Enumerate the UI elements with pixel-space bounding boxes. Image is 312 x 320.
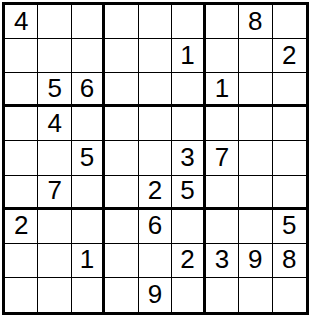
cell-r9c2[interactable]	[38, 278, 71, 312]
cell-r7c4[interactable]	[105, 210, 138, 244]
cell-r2c6: 1	[172, 39, 205, 73]
given-digit: 9	[248, 246, 262, 272]
cell-r9c1[interactable]	[5, 278, 38, 312]
cell-r3c7: 1	[206, 73, 239, 107]
cell-r1c6[interactable]	[172, 5, 205, 39]
cell-r9c5: 9	[139, 278, 172, 312]
sudoku-board: 48125614537725265123989	[2, 2, 309, 315]
cell-r8c3: 1	[72, 244, 105, 278]
given-digit: 1	[180, 42, 194, 68]
given-digit: 5	[180, 177, 194, 203]
cell-r6c1[interactable]	[5, 176, 38, 210]
cell-r3c6[interactable]	[172, 73, 205, 107]
cell-r9c9[interactable]	[273, 278, 306, 312]
cell-r9c6[interactable]	[172, 278, 205, 312]
given-digit: 7	[47, 177, 61, 203]
cell-r4c4[interactable]	[105, 107, 138, 141]
given-digit: 2	[180, 246, 194, 272]
given-digit: 8	[282, 246, 296, 272]
given-digit: 5	[80, 144, 94, 170]
given-digit: 5	[282, 212, 296, 238]
cell-r5c4[interactable]	[105, 141, 138, 175]
cell-r4c2: 4	[38, 107, 71, 141]
given-digit: 3	[215, 246, 229, 272]
cell-r1c8: 8	[239, 5, 272, 39]
cell-r8c1[interactable]	[5, 244, 38, 278]
cell-r7c5: 6	[139, 210, 172, 244]
cell-r5c5[interactable]	[139, 141, 172, 175]
given-digit: 2	[282, 42, 296, 68]
given-digit: 6	[80, 75, 94, 101]
cell-r5c7: 7	[206, 141, 239, 175]
cell-r5c6: 3	[172, 141, 205, 175]
cell-r3c1[interactable]	[5, 73, 38, 107]
cell-r4c8[interactable]	[239, 107, 272, 141]
cell-r6c2: 7	[38, 176, 71, 210]
cell-r3c4[interactable]	[105, 73, 138, 107]
cell-r6c4[interactable]	[105, 176, 138, 210]
cell-r7c9: 5	[273, 210, 306, 244]
given-digit: 3	[180, 144, 194, 170]
cell-r3c9[interactable]	[273, 73, 306, 107]
given-digit: 4	[14, 8, 28, 34]
cell-r1c5[interactable]	[139, 5, 172, 39]
cell-r8c6: 2	[172, 244, 205, 278]
cell-r2c3[interactable]	[72, 39, 105, 73]
cell-r9c4[interactable]	[105, 278, 138, 312]
given-digit: 9	[148, 281, 162, 307]
cell-r7c2[interactable]	[38, 210, 71, 244]
cell-r8c4[interactable]	[105, 244, 138, 278]
cell-r9c8[interactable]	[239, 278, 272, 312]
cell-r5c9[interactable]	[273, 141, 306, 175]
given-digit: 4	[47, 110, 61, 136]
cell-r5c2[interactable]	[38, 141, 71, 175]
cell-r3c8[interactable]	[239, 73, 272, 107]
cell-r6c5: 2	[139, 176, 172, 210]
cell-r5c8[interactable]	[239, 141, 272, 175]
cell-r1c7[interactable]	[206, 5, 239, 39]
given-digit: 8	[248, 8, 262, 34]
cell-r7c6[interactable]	[172, 210, 205, 244]
cell-r2c5[interactable]	[139, 39, 172, 73]
cell-r4c6[interactable]	[172, 107, 205, 141]
cell-r1c1: 4	[5, 5, 38, 39]
cell-r6c9[interactable]	[273, 176, 306, 210]
cell-r8c5[interactable]	[139, 244, 172, 278]
cell-r8c9: 8	[273, 244, 306, 278]
cell-r8c7: 3	[206, 244, 239, 278]
cell-r7c1: 2	[5, 210, 38, 244]
given-digit: 1	[80, 246, 94, 272]
cell-r5c3: 5	[72, 141, 105, 175]
given-digit: 2	[14, 212, 28, 238]
cell-r1c3[interactable]	[72, 5, 105, 39]
cell-r3c2: 5	[38, 73, 71, 107]
given-digit: 2	[148, 177, 162, 203]
given-digit: 5	[47, 75, 61, 101]
cell-r4c1[interactable]	[5, 107, 38, 141]
cell-r4c9[interactable]	[273, 107, 306, 141]
cell-r2c2[interactable]	[38, 39, 71, 73]
cell-r1c4[interactable]	[105, 5, 138, 39]
cell-r2c1[interactable]	[5, 39, 38, 73]
cell-r4c5[interactable]	[139, 107, 172, 141]
cell-r8c2[interactable]	[38, 244, 71, 278]
given-digit: 6	[148, 212, 162, 238]
cell-r6c6: 5	[172, 176, 205, 210]
cell-r3c3: 6	[72, 73, 105, 107]
cell-r8c8: 9	[239, 244, 272, 278]
cell-r7c7[interactable]	[206, 210, 239, 244]
cell-r7c8[interactable]	[239, 210, 272, 244]
cell-r2c8[interactable]	[239, 39, 272, 73]
cell-r1c2[interactable]	[38, 5, 71, 39]
cell-r3c5[interactable]	[139, 73, 172, 107]
cell-r2c9: 2	[273, 39, 306, 73]
cell-r6c3[interactable]	[72, 176, 105, 210]
cell-r9c7[interactable]	[206, 278, 239, 312]
cell-r1c9[interactable]	[273, 5, 306, 39]
cell-r5c1[interactable]	[5, 141, 38, 175]
cell-r4c7[interactable]	[206, 107, 239, 141]
cell-r7c3[interactable]	[72, 210, 105, 244]
cell-r4c3[interactable]	[72, 107, 105, 141]
cell-r6c7[interactable]	[206, 176, 239, 210]
sudoku-board-container: 48125614537725265123989	[2, 2, 309, 315]
cell-r6c8[interactable]	[239, 176, 272, 210]
cell-r2c7[interactable]	[206, 39, 239, 73]
given-digit: 7	[215, 144, 229, 170]
cell-r9c3[interactable]	[72, 278, 105, 312]
cell-r2c4[interactable]	[105, 39, 138, 73]
given-digit: 1	[215, 75, 229, 101]
